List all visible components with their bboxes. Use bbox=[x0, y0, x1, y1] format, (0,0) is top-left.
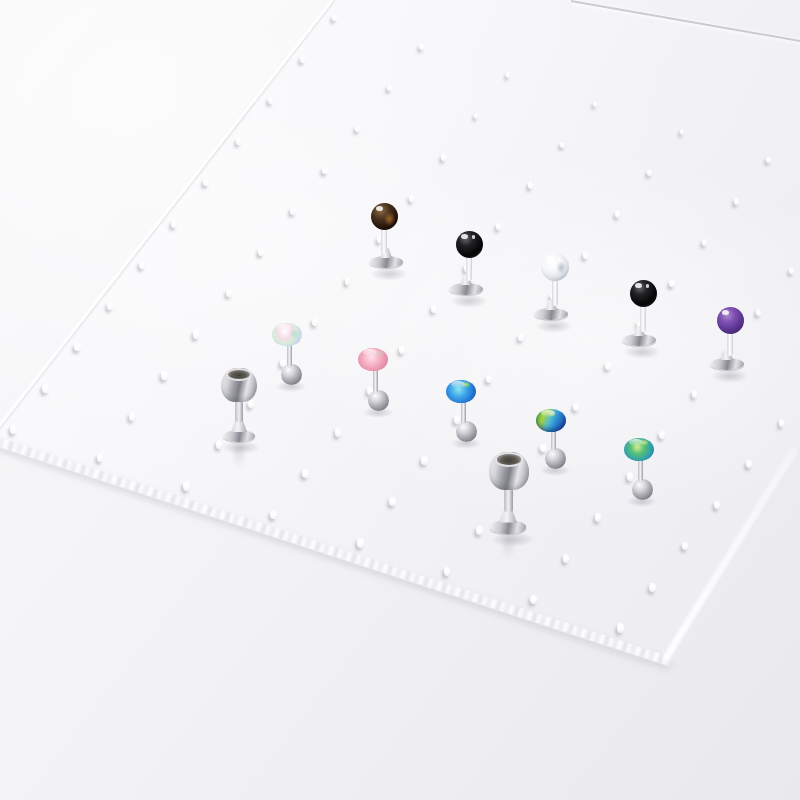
peg-hole bbox=[421, 456, 428, 465]
peg-hole bbox=[302, 469, 309, 478]
board-sheen bbox=[0, 0, 800, 800]
peg-hole bbox=[550, 293, 556, 300]
peg-hole bbox=[322, 167, 327, 174]
peg-hole bbox=[74, 343, 81, 352]
peg-hole bbox=[702, 239, 707, 246]
peg-hole bbox=[357, 538, 364, 547]
peg-hole bbox=[649, 583, 656, 592]
peg-hole bbox=[107, 302, 113, 310]
peg-hole bbox=[573, 403, 579, 411]
peg-hole bbox=[560, 142, 565, 148]
peg-hole bbox=[226, 289, 232, 297]
peg-hole bbox=[161, 371, 168, 380]
peg-hole bbox=[779, 419, 785, 427]
product-photo bbox=[0, 0, 800, 800]
peg-hole bbox=[355, 126, 360, 133]
peg-hole bbox=[508, 485, 515, 494]
peg-hole bbox=[518, 334, 524, 342]
peg-hole bbox=[789, 268, 794, 275]
peg-hole bbox=[454, 415, 460, 423]
peg-hole bbox=[486, 375, 492, 383]
peg-hole bbox=[540, 444, 546, 452]
peg-hole bbox=[236, 138, 241, 145]
peg-hole bbox=[335, 428, 342, 437]
peg-hole bbox=[617, 623, 624, 632]
peg-hole bbox=[171, 220, 177, 228]
peg-hole bbox=[42, 384, 49, 393]
peg-hole bbox=[270, 510, 277, 519]
peg-hole bbox=[300, 56, 305, 62]
peg-hole bbox=[139, 261, 145, 269]
peg-hole bbox=[345, 277, 351, 285]
peg-hole bbox=[476, 526, 483, 535]
peg-hole bbox=[258, 248, 264, 256]
acrylic-display-board bbox=[0, 0, 800, 800]
peg-hole bbox=[605, 362, 611, 370]
peg-hole bbox=[637, 321, 643, 328]
peg-hole bbox=[680, 129, 685, 135]
peg-hole bbox=[724, 350, 730, 357]
peg-hole bbox=[615, 211, 620, 218]
peg-hole bbox=[290, 207, 296, 214]
peg-hole bbox=[583, 252, 588, 259]
peg-hole bbox=[734, 198, 739, 204]
peg-hole bbox=[10, 425, 17, 434]
peg-hole bbox=[593, 101, 598, 107]
peg-hole bbox=[268, 97, 273, 104]
peg-hole bbox=[419, 44, 424, 50]
peg-hole bbox=[203, 179, 209, 186]
peg-hole bbox=[464, 264, 470, 271]
peg-hole bbox=[183, 481, 190, 490]
peg-hole bbox=[387, 85, 392, 91]
peg-hole bbox=[669, 280, 674, 287]
